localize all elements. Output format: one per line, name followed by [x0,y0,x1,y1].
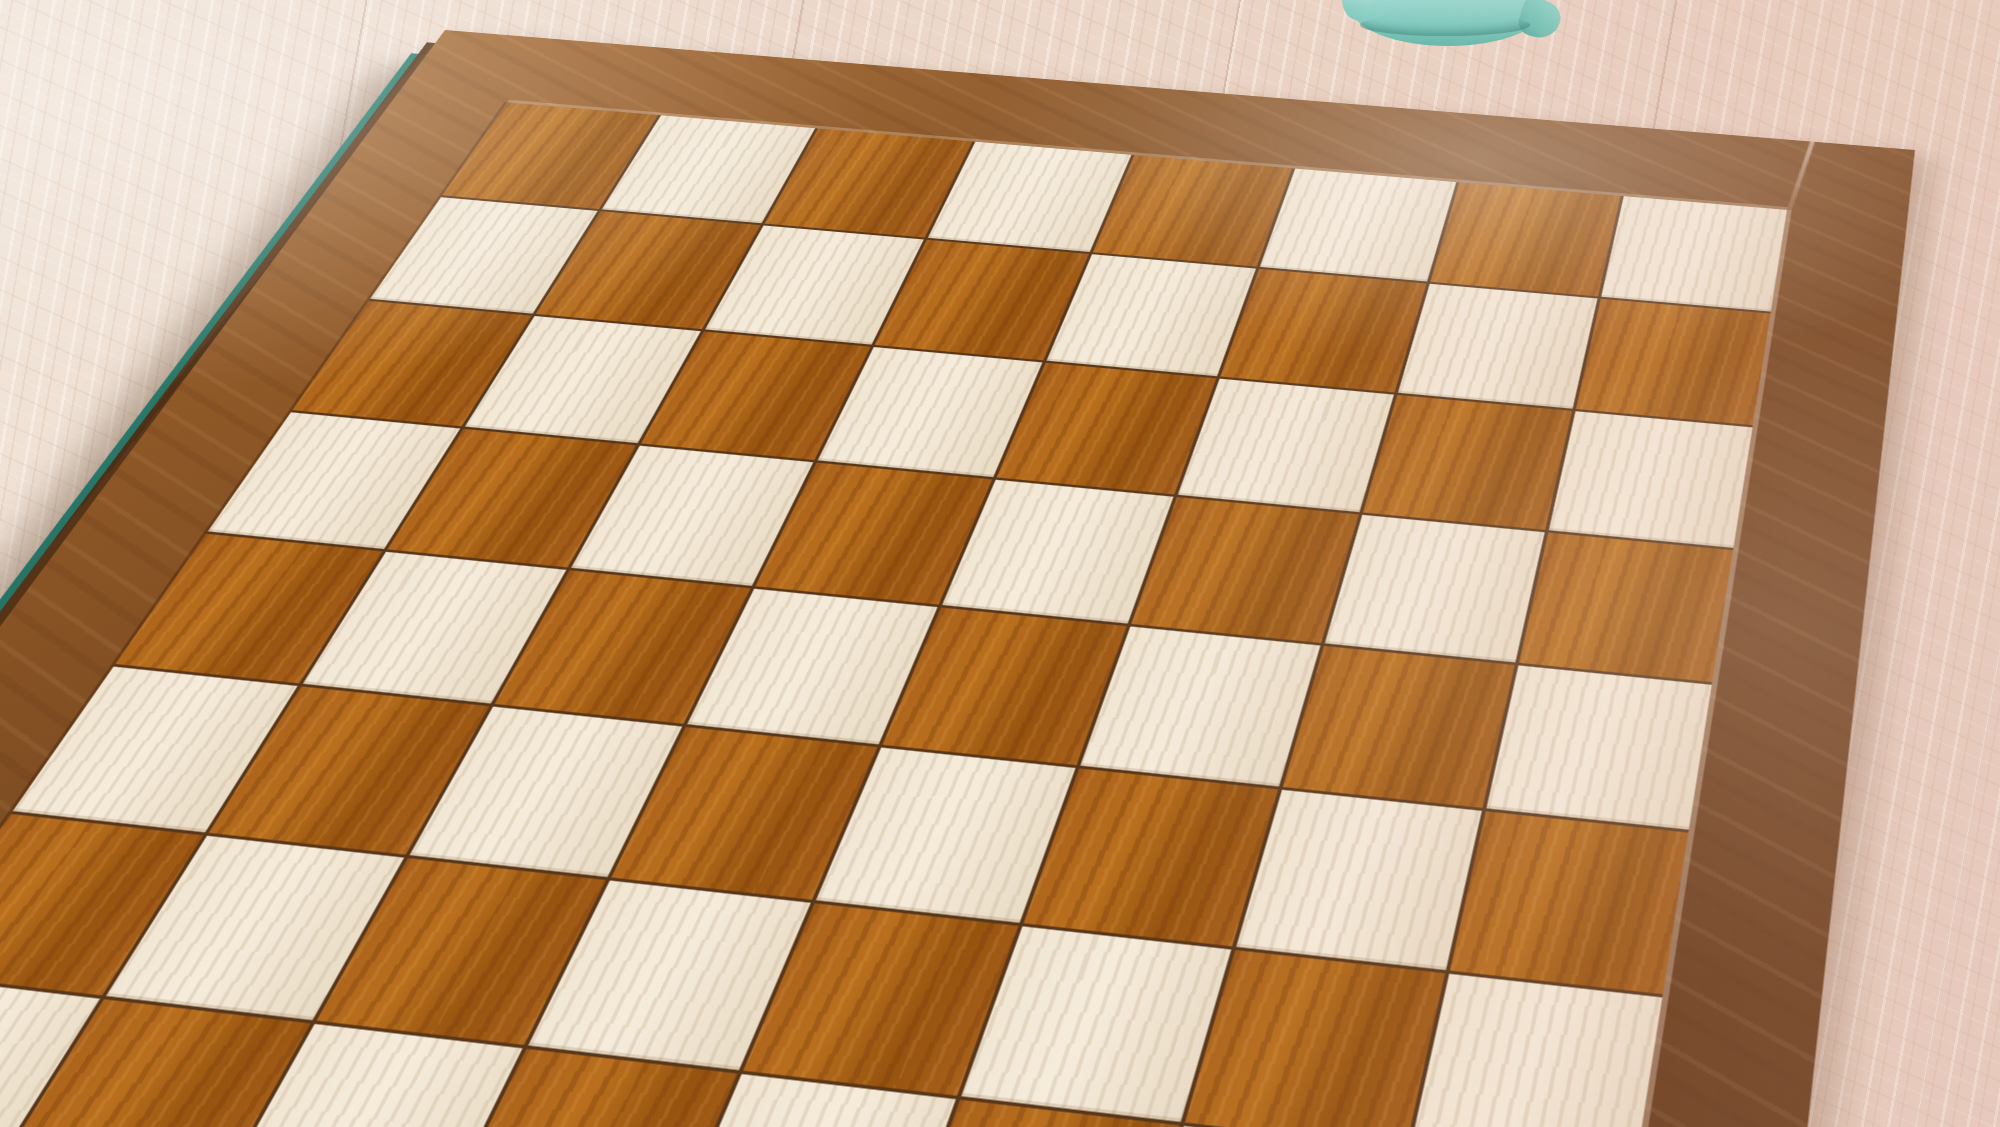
square-h3[interactable] [1450,812,1689,994]
square-h2[interactable] [1409,973,1662,1127]
square-h4[interactable] [1486,665,1712,830]
square-g3[interactable] [1235,790,1481,969]
square-g4[interactable] [1282,646,1514,808]
square-f6[interactable] [1178,378,1393,512]
chess-board-stack [0,30,1915,1127]
board-frame [0,30,1915,1127]
square-h6[interactable] [1548,411,1752,548]
square-h8[interactable] [1601,196,1787,312]
cup-rim-shadow [1360,14,1530,36]
photo-scene [0,0,2000,1127]
teal-cup [1350,0,1546,46]
square-f8[interactable] [1260,169,1455,282]
frame-miter-seam [1787,141,1815,210]
square-h7[interactable] [1576,299,1771,425]
square-g2[interactable] [1184,949,1445,1127]
square-h5[interactable] [1519,532,1734,682]
square-g8[interactable] [1429,182,1620,296]
square-f7[interactable] [1221,269,1426,392]
square-g6[interactable] [1362,394,1572,529]
square-g7[interactable] [1397,284,1597,408]
cup-handle [1515,0,1565,43]
square-g5[interactable] [1324,514,1544,662]
